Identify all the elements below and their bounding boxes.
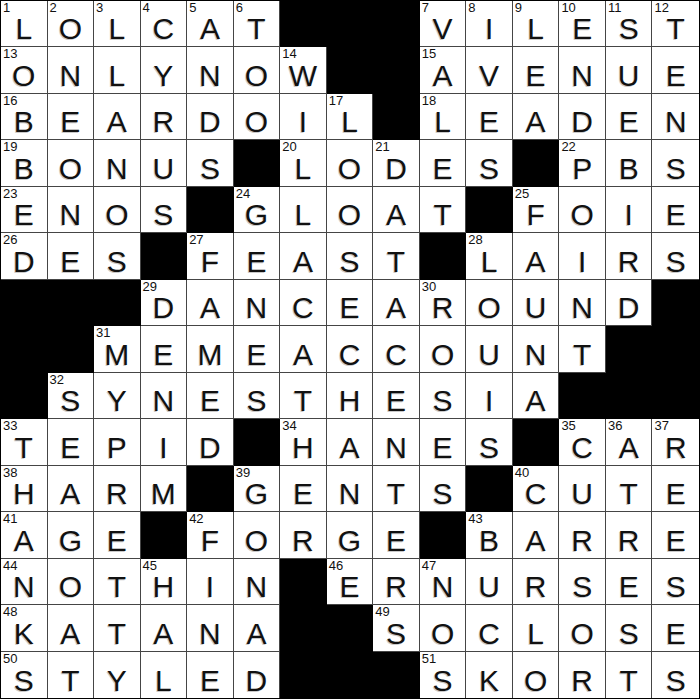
- cell-r12c11[interactable]: 43B: [466, 512, 513, 558]
- cell-r8c12[interactable]: N: [513, 326, 560, 372]
- cell-r4c3[interactable]: N: [94, 140, 141, 186]
- cell-letter: O: [48, 154, 94, 184]
- cell-letter: L: [280, 154, 326, 184]
- cell-letter: K: [1, 619, 47, 649]
- cell-r4c15[interactable]: S: [652, 140, 699, 186]
- cell-letter: E: [48, 433, 94, 463]
- cell-r11c8[interactable]: N: [327, 466, 374, 512]
- cell-r11c2[interactable]: A: [48, 466, 95, 512]
- cell-letter: N: [513, 340, 559, 370]
- cell-letter: H: [1, 479, 47, 509]
- cell-r10c14[interactable]: 36A: [606, 419, 653, 465]
- cell-letter: C: [373, 340, 419, 370]
- block-r2c9: [373, 47, 420, 93]
- cell-letter: L: [141, 666, 187, 696]
- cell-letter: N: [652, 107, 699, 137]
- cell-r14c1[interactable]: 48K: [1, 605, 48, 651]
- cell-letter: I: [606, 200, 652, 230]
- cell-letter: T: [280, 386, 326, 416]
- cell-r6c8[interactable]: S: [327, 233, 374, 279]
- cell-letter: C: [466, 619, 512, 649]
- cell-r2c6[interactable]: O: [234, 47, 281, 93]
- cell-r11c4[interactable]: M: [141, 466, 188, 512]
- cell-r8c5[interactable]: M: [187, 326, 234, 372]
- cell-r13c11[interactable]: U: [466, 559, 513, 605]
- cell-r7c12[interactable]: U: [513, 280, 560, 326]
- cell-r1c1[interactable]: 1L: [1, 1, 48, 47]
- cell-r9c10[interactable]: S: [420, 373, 467, 419]
- cell-r14c13[interactable]: O: [559, 605, 606, 651]
- cell-r3c4[interactable]: R: [141, 94, 188, 140]
- cell-r2c15[interactable]: E: [652, 47, 699, 93]
- cell-r2c4[interactable]: Y: [141, 47, 188, 93]
- cell-r3c3[interactable]: A: [94, 94, 141, 140]
- cell-r7c14[interactable]: D: [606, 280, 653, 326]
- cell-letter: E: [652, 61, 699, 91]
- cell-r15c11[interactable]: K: [466, 652, 513, 698]
- cell-letter: S: [559, 572, 605, 602]
- cell-letter: H: [280, 433, 326, 463]
- cell-r4c14[interactable]: B: [606, 140, 653, 186]
- cell-letter: R: [559, 526, 605, 556]
- cell-letter: T: [373, 247, 419, 277]
- cell-r13c13[interactable]: S: [559, 559, 606, 605]
- cell-letter: L: [466, 247, 512, 277]
- cell-r3c2[interactable]: E: [48, 94, 95, 140]
- cell-letter: A: [234, 619, 280, 649]
- cell-r5c8[interactable]: O: [327, 187, 374, 233]
- cell-letter: A: [1, 526, 47, 556]
- cell-r2c12[interactable]: E: [513, 47, 560, 93]
- cell-letter: E: [327, 572, 373, 602]
- cell-r3c7[interactable]: I: [280, 94, 327, 140]
- cell-letter: S: [373, 619, 419, 649]
- cell-r6c11[interactable]: 28L: [466, 233, 513, 279]
- cell-r7c10[interactable]: 30R: [420, 280, 467, 326]
- cell-letter: R: [373, 572, 419, 602]
- cell-r14c6[interactable]: A: [234, 605, 281, 651]
- cell-letter: N: [559, 61, 605, 91]
- cell-r5c15[interactable]: E: [652, 187, 699, 233]
- block-r10c12: [513, 419, 560, 465]
- cell-letter: A: [280, 247, 326, 277]
- cell-letter: E: [652, 526, 699, 556]
- cell-r7c5[interactable]: A: [187, 280, 234, 326]
- cell-r14c3[interactable]: T: [94, 605, 141, 651]
- cell-r14c5[interactable]: N: [187, 605, 234, 651]
- cell-r12c14[interactable]: R: [606, 512, 653, 558]
- cell-r2c11[interactable]: V: [466, 47, 513, 93]
- cell-r7c13[interactable]: N: [559, 280, 606, 326]
- cell-r11c9[interactable]: T: [373, 466, 420, 512]
- cell-letter: A: [48, 619, 94, 649]
- cell-letter: N: [94, 154, 140, 184]
- cell-r5c9[interactable]: A: [373, 187, 420, 233]
- cell-letter: R: [559, 666, 605, 696]
- cell-r3c12[interactable]: A: [513, 94, 560, 140]
- cell-letter: O: [48, 572, 94, 602]
- cell-letter: B: [1, 107, 47, 137]
- cell-r1c4[interactable]: 4C: [141, 1, 188, 47]
- cell-letter: Y: [94, 666, 140, 696]
- cell-letter: L: [420, 107, 466, 137]
- cell-r6c9[interactable]: T: [373, 233, 420, 279]
- cell-letter: T: [606, 479, 652, 509]
- cell-letter: A: [513, 526, 559, 556]
- cell-r7c7[interactable]: C: [280, 280, 327, 326]
- block-r5c5: [187, 187, 234, 233]
- cell-letter: L: [513, 14, 559, 44]
- cell-r2c1[interactable]: 13O: [1, 47, 48, 93]
- cell-letter: G: [234, 479, 280, 509]
- cell-r11c14[interactable]: T: [606, 466, 653, 512]
- block-r1c9: [373, 1, 420, 47]
- cell-r5c10[interactable]: T: [420, 187, 467, 233]
- cell-r12c13[interactable]: R: [559, 512, 606, 558]
- cell-r11c7[interactable]: E: [280, 466, 327, 512]
- cell-r3c6[interactable]: O: [234, 94, 281, 140]
- block-r8c15: [652, 326, 699, 372]
- cell-r5c2[interactable]: N: [48, 187, 95, 233]
- cell-letter: O: [420, 340, 466, 370]
- cell-r4c5[interactable]: S: [187, 140, 234, 186]
- cell-r6c14[interactable]: R: [606, 233, 653, 279]
- cell-r8c3[interactable]: 31M: [94, 326, 141, 372]
- cell-letter: N: [187, 61, 233, 91]
- cell-r8c13[interactable]: T: [559, 326, 606, 372]
- cell-r9c6[interactable]: S: [234, 373, 281, 419]
- cell-r2c10[interactable]: 15A: [420, 47, 467, 93]
- cell-r15c12[interactable]: O: [513, 652, 560, 698]
- cell-r15c4[interactable]: L: [141, 652, 188, 698]
- cell-r1c13[interactable]: 10E: [559, 1, 606, 47]
- cell-r15c1[interactable]: 50S: [1, 652, 48, 698]
- cell-r15c6[interactable]: D: [234, 652, 281, 698]
- block-r8c14: [606, 326, 653, 372]
- cell-r4c11[interactable]: S: [466, 140, 513, 186]
- cell-r2c14[interactable]: U: [606, 47, 653, 93]
- cell-r8c8[interactable]: C: [327, 326, 374, 372]
- cell-r5c13[interactable]: O: [559, 187, 606, 233]
- cell-r6c12[interactable]: A: [513, 233, 560, 279]
- cell-r13c15[interactable]: S: [652, 559, 699, 605]
- cell-r1c12[interactable]: 9L: [513, 1, 560, 47]
- cell-letter: A: [420, 61, 466, 91]
- cell-r2c13[interactable]: N: [559, 47, 606, 93]
- cell-r9c8[interactable]: H: [327, 373, 374, 419]
- cell-letter: N: [234, 293, 280, 323]
- cell-r5c3[interactable]: O: [94, 187, 141, 233]
- cell-letter: N: [48, 200, 94, 230]
- cell-r4c2[interactable]: O: [48, 140, 95, 186]
- cell-r5c7[interactable]: L: [280, 187, 327, 233]
- cell-r7c11[interactable]: O: [466, 280, 513, 326]
- cell-r14c2[interactable]: A: [48, 605, 95, 651]
- cell-r11c15[interactable]: E: [652, 466, 699, 512]
- block-r3c9: [373, 94, 420, 140]
- cell-letter: A: [513, 386, 559, 416]
- cell-letter: N: [234, 572, 280, 602]
- cell-letter: D: [141, 293, 187, 323]
- cell-letter: O: [420, 619, 466, 649]
- cell-letter: A: [280, 340, 326, 370]
- block-r4c6: [234, 140, 281, 186]
- cell-r15c13[interactable]: R: [559, 652, 606, 698]
- cell-r4c13[interactable]: 22P: [559, 140, 606, 186]
- cell-letter: E: [513, 61, 559, 91]
- cell-letter: N: [1, 572, 47, 602]
- cell-letter: D: [559, 107, 605, 137]
- block-r12c10: [420, 512, 467, 558]
- cell-r10c11[interactable]: S: [466, 419, 513, 465]
- cell-letter: A: [48, 479, 94, 509]
- cell-letter: T: [559, 340, 605, 370]
- cell-letter: I: [466, 14, 512, 44]
- cell-r9c5[interactable]: E: [187, 373, 234, 419]
- cell-r8c6[interactable]: E: [234, 326, 281, 372]
- cell-r14c14[interactable]: S: [606, 605, 653, 651]
- cell-r1c14[interactable]: 11S: [606, 1, 653, 47]
- cell-r2c2[interactable]: N: [48, 47, 95, 93]
- cell-r9c7[interactable]: T: [280, 373, 327, 419]
- cell-r1c6[interactable]: 6T: [234, 1, 281, 47]
- cell-letter: L: [513, 619, 559, 649]
- cell-letter: S: [1, 666, 47, 696]
- cell-r6c7[interactable]: A: [280, 233, 327, 279]
- cell-r11c10[interactable]: S: [420, 466, 467, 512]
- block-r7c15: [652, 280, 699, 326]
- cell-letter: N: [48, 61, 94, 91]
- cell-r7c6[interactable]: N: [234, 280, 281, 326]
- cell-r7c8[interactable]: E: [327, 280, 374, 326]
- cell-r2c5[interactable]: N: [187, 47, 234, 93]
- cell-r10c13[interactable]: 35C: [559, 419, 606, 465]
- cell-r10c10[interactable]: E: [420, 419, 467, 465]
- cell-r4c8[interactable]: O: [327, 140, 374, 186]
- cell-letter: E: [327, 293, 373, 323]
- cell-letter: T: [48, 666, 94, 696]
- cell-r6c6[interactable]: E: [234, 233, 281, 279]
- cell-r15c15[interactable]: S: [652, 652, 699, 698]
- cell-r6c1[interactable]: 26D: [1, 233, 48, 279]
- cell-r14c12[interactable]: L: [513, 605, 560, 651]
- cell-r5c12[interactable]: 25F: [513, 187, 560, 233]
- cell-r1c2[interactable]: 2O: [48, 1, 95, 47]
- cell-r10c3[interactable]: P: [94, 419, 141, 465]
- block-r5c11: [466, 187, 513, 233]
- cell-r6c13[interactable]: I: [559, 233, 606, 279]
- cell-letter: C: [559, 433, 605, 463]
- cell-r12c5[interactable]: 42F: [187, 512, 234, 558]
- cell-r11c3[interactable]: R: [94, 466, 141, 512]
- cell-r3c5[interactable]: D: [187, 94, 234, 140]
- block-r12c4: [141, 512, 188, 558]
- cell-letter: Y: [94, 386, 140, 416]
- cell-r3c8[interactable]: 17L: [327, 94, 374, 140]
- cell-letter: O: [94, 200, 140, 230]
- cell-r5c4[interactable]: S: [141, 187, 188, 233]
- cell-r10c15[interactable]: 37R: [652, 419, 699, 465]
- cell-letter: U: [141, 154, 187, 184]
- cell-r10c5[interactable]: D: [187, 419, 234, 465]
- cell-r13c8[interactable]: 46E: [327, 559, 374, 605]
- cell-r8c11[interactable]: U: [466, 326, 513, 372]
- cell-letter: A: [141, 619, 187, 649]
- cell-letter: E: [234, 247, 280, 277]
- cell-letter: E: [187, 386, 233, 416]
- block-r9c15: [652, 373, 699, 419]
- block-r1c7: [280, 1, 327, 47]
- cell-letter: P: [94, 433, 140, 463]
- cell-r12c9[interactable]: E: [373, 512, 420, 558]
- cell-r11c1[interactable]: 38H: [1, 466, 48, 512]
- cell-r13c14[interactable]: E: [606, 559, 653, 605]
- cell-r4c1[interactable]: 19B: [1, 140, 48, 186]
- cell-r2c7[interactable]: 14W: [280, 47, 327, 93]
- cell-r3c10[interactable]: 18L: [420, 94, 467, 140]
- cell-r5c14[interactable]: I: [606, 187, 653, 233]
- cell-r12c1[interactable]: 41A: [1, 512, 48, 558]
- block-r8c1: [1, 326, 48, 372]
- cell-r3c11[interactable]: E: [466, 94, 513, 140]
- cell-letter: S: [234, 386, 280, 416]
- cell-r13c9[interactable]: R: [373, 559, 420, 605]
- cell-r1c3[interactable]: 3L: [94, 1, 141, 47]
- cell-letter: G: [48, 526, 94, 556]
- cell-letter: D: [234, 666, 280, 696]
- cell-r10c1[interactable]: 33T: [1, 419, 48, 465]
- cell-r11c6[interactable]: 39G: [234, 466, 281, 512]
- cell-r12c12[interactable]: A: [513, 512, 560, 558]
- cell-r14c15[interactable]: E: [652, 605, 699, 651]
- cell-r4c9[interactable]: 21D: [373, 140, 420, 186]
- cell-r10c9[interactable]: N: [373, 419, 420, 465]
- cell-r8c4[interactable]: E: [141, 326, 188, 372]
- cell-r15c14[interactable]: T: [606, 652, 653, 698]
- cell-r9c2[interactable]: 32S: [48, 373, 95, 419]
- cell-r9c11[interactable]: I: [466, 373, 513, 419]
- cell-letter: P: [559, 154, 605, 184]
- cell-r13c5[interactable]: I: [187, 559, 234, 605]
- cell-r13c4[interactable]: 45H: [141, 559, 188, 605]
- cell-r14c11[interactable]: C: [466, 605, 513, 651]
- cell-r12c2[interactable]: G: [48, 512, 95, 558]
- cell-letter: R: [606, 526, 652, 556]
- cell-r1c10[interactable]: 7V: [420, 1, 467, 47]
- cell-letter: L: [94, 61, 140, 91]
- cell-r9c12[interactable]: A: [513, 373, 560, 419]
- cell-r15c5[interactable]: E: [187, 652, 234, 698]
- block-r15c8: [327, 652, 374, 698]
- cell-r13c12[interactable]: R: [513, 559, 560, 605]
- cell-r13c3[interactable]: T: [94, 559, 141, 605]
- cell-letter: B: [466, 526, 512, 556]
- cell-letter: A: [373, 200, 419, 230]
- cell-r15c2[interactable]: T: [48, 652, 95, 698]
- cell-r14c4[interactable]: A: [141, 605, 188, 651]
- cell-letter: N: [327, 479, 373, 509]
- cell-r14c9[interactable]: 49S: [373, 605, 420, 651]
- cell-r15c10[interactable]: 51S: [420, 652, 467, 698]
- cell-r6c15[interactable]: S: [652, 233, 699, 279]
- cell-r8c7[interactable]: A: [280, 326, 327, 372]
- cell-r1c11[interactable]: 8I: [466, 1, 513, 47]
- cell-r3c14[interactable]: E: [606, 94, 653, 140]
- cell-r13c10[interactable]: 47N: [420, 559, 467, 605]
- cell-letter: T: [606, 666, 652, 696]
- cell-r7c9[interactable]: A: [373, 280, 420, 326]
- cell-r12c7[interactable]: R: [280, 512, 327, 558]
- cell-letter: E: [48, 247, 94, 277]
- cell-letter: G: [327, 526, 373, 556]
- cell-r6c3[interactable]: S: [94, 233, 141, 279]
- cell-letter: I: [187, 572, 233, 602]
- cell-r12c15[interactable]: E: [652, 512, 699, 558]
- cell-r6c5[interactable]: 27F: [187, 233, 234, 279]
- cell-r11c13[interactable]: U: [559, 466, 606, 512]
- cell-r15c3[interactable]: Y: [94, 652, 141, 698]
- cell-letter: E: [606, 107, 652, 137]
- block-r6c10: [420, 233, 467, 279]
- cell-r6c2[interactable]: E: [48, 233, 95, 279]
- cell-r3c13[interactable]: D: [559, 94, 606, 140]
- cell-r13c6[interactable]: N: [234, 559, 281, 605]
- cell-r10c4[interactable]: I: [141, 419, 188, 465]
- cell-r11c12[interactable]: 40C: [513, 466, 560, 512]
- cell-r3c15[interactable]: N: [652, 94, 699, 140]
- cell-r12c8[interactable]: G: [327, 512, 374, 558]
- cell-letter: N: [187, 619, 233, 649]
- cell-r3c1[interactable]: 16B: [1, 94, 48, 140]
- cell-letter: H: [141, 572, 187, 602]
- block-r9c13: [559, 373, 606, 419]
- cell-r10c2[interactable]: E: [48, 419, 95, 465]
- cell-letter: N: [141, 386, 187, 416]
- cell-letter: B: [1, 154, 47, 184]
- cell-letter: S: [466, 433, 512, 463]
- cell-r2c3[interactable]: L: [94, 47, 141, 93]
- cell-r4c7[interactable]: 20L: [280, 140, 327, 186]
- cell-r4c4[interactable]: U: [141, 140, 188, 186]
- cell-r13c1[interactable]: 44N: [1, 559, 48, 605]
- cell-r12c3[interactable]: E: [94, 512, 141, 558]
- cell-r1c5[interactable]: 5A: [187, 1, 234, 47]
- cell-r7c4[interactable]: 29D: [141, 280, 188, 326]
- cell-r13c2[interactable]: O: [48, 559, 95, 605]
- block-r14c7: [280, 605, 327, 651]
- cell-r9c4[interactable]: N: [141, 373, 188, 419]
- cell-letter: O: [559, 619, 605, 649]
- cell-letter: A: [187, 14, 233, 44]
- cell-r12c6[interactable]: O: [234, 512, 281, 558]
- cell-letter: E: [652, 200, 699, 230]
- cell-r1c15[interactable]: 12T: [652, 1, 699, 47]
- cell-r9c3[interactable]: Y: [94, 373, 141, 419]
- cell-r9c9[interactable]: E: [373, 373, 420, 419]
- cell-r8c9[interactable]: C: [373, 326, 420, 372]
- cell-r8c10[interactable]: O: [420, 326, 467, 372]
- block-r11c11: [466, 466, 513, 512]
- cell-r5c6[interactable]: 24G: [234, 187, 281, 233]
- cell-r5c1[interactable]: 23E: [1, 187, 48, 233]
- cell-r4c10[interactable]: E: [420, 140, 467, 186]
- cell-letter: I: [280, 107, 326, 137]
- cell-r10c7[interactable]: 34H: [280, 419, 327, 465]
- cell-letter: E: [559, 14, 605, 44]
- cell-r10c8[interactable]: A: [327, 419, 374, 465]
- cell-letter: E: [187, 666, 233, 696]
- cell-r14c10[interactable]: O: [420, 605, 467, 651]
